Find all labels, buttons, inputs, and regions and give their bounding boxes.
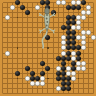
hoshi-dot [17,47,19,49]
hoshi-dot [17,78,19,80]
hoshi-dot [17,17,19,19]
intersection[interactable] [91,91,96,96]
hoshi-dot [47,78,49,80]
hoshi-dot [47,47,49,49]
hoshi-dot [47,17,49,19]
hoshi-dot [78,78,80,80]
go-grid [0,0,96,96]
go-board [0,0,96,96]
